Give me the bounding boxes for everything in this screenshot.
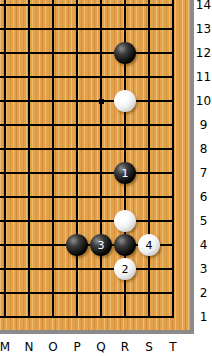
intersection-R3[interactable]: 2 [113, 257, 137, 281]
go-board: 1342 [0, 0, 194, 334]
row-label-14: 14 [195, 0, 212, 12]
intersection-M2[interactable] [0, 281, 17, 305]
black-stone-R4 [114, 234, 136, 256]
intersection-T10[interactable] [161, 89, 185, 113]
intersection-T8[interactable] [161, 137, 185, 161]
intersection-P4[interactable] [65, 233, 89, 257]
intersection-Q3[interactable] [89, 257, 113, 281]
white-stone-S4: 4 [138, 234, 160, 256]
intersection-M1[interactable] [0, 305, 17, 329]
intersection-T2[interactable] [161, 281, 185, 305]
intersection-S5[interactable] [137, 209, 161, 233]
intersection-R7[interactable]: 1 [113, 161, 137, 185]
intersection-Q12[interactable] [89, 41, 113, 65]
intersection-N10[interactable] [17, 89, 41, 113]
intersection-P5[interactable] [65, 209, 89, 233]
intersection-Q9[interactable] [89, 113, 113, 137]
row-label-8: 8 [195, 142, 212, 156]
intersection-M10[interactable] [0, 89, 17, 113]
go-diagram-screen: 1342 1413121110987654321 MNOPQRST [0, 0, 212, 356]
move-number-label: 4 [146, 240, 153, 251]
intersection-N7[interactable] [17, 161, 41, 185]
intersection-S10[interactable] [137, 89, 161, 113]
intersection-O13[interactable] [41, 17, 65, 41]
intersection-T13[interactable] [161, 17, 185, 41]
intersection-N13[interactable] [17, 17, 41, 41]
intersection-P3[interactable] [65, 257, 89, 281]
intersection-T14[interactable] [161, 0, 185, 17]
intersection-T3[interactable] [161, 257, 185, 281]
intersection-R8[interactable] [113, 137, 137, 161]
intersection-M8[interactable] [0, 137, 17, 161]
intersection-O3[interactable] [41, 257, 65, 281]
intersection-M5[interactable] [0, 209, 17, 233]
intersection-N3[interactable] [17, 257, 41, 281]
row-label-9: 9 [195, 118, 212, 132]
row-label-2: 2 [195, 286, 212, 300]
intersection-R10[interactable] [113, 89, 137, 113]
column-label-M: M [0, 340, 15, 354]
intersection-S3[interactable] [137, 257, 161, 281]
board-grid: 1342 [0, 0, 185, 329]
intersection-O14[interactable] [41, 0, 65, 17]
intersection-Q10[interactable] [89, 89, 113, 113]
column-label-N: N [19, 340, 39, 354]
intersection-N14[interactable] [17, 0, 41, 17]
black-stone-R12 [114, 42, 136, 64]
black-stone-P4 [66, 234, 88, 256]
intersection-T1[interactable] [161, 305, 185, 329]
intersection-S12[interactable] [137, 41, 161, 65]
white-stone-R5 [114, 210, 136, 232]
intersection-Q6[interactable] [89, 185, 113, 209]
intersection-P2[interactable] [65, 281, 89, 305]
intersection-R11[interactable] [113, 65, 137, 89]
intersection-S14[interactable] [137, 0, 161, 17]
black-stone-Q4: 3 [90, 234, 112, 256]
intersection-M11[interactable] [0, 65, 17, 89]
intersection-N4[interactable] [17, 233, 41, 257]
row-label-7: 7 [195, 166, 212, 180]
intersection-R12[interactable] [113, 41, 137, 65]
intersection-P6[interactable] [65, 185, 89, 209]
intersection-M4[interactable] [0, 233, 17, 257]
intersection-M14[interactable] [0, 0, 17, 17]
intersection-S11[interactable] [137, 65, 161, 89]
intersection-R2[interactable] [113, 281, 137, 305]
intersection-N5[interactable] [17, 209, 41, 233]
intersection-N8[interactable] [17, 137, 41, 161]
column-label-S: S [139, 340, 159, 354]
intersection-S6[interactable] [137, 185, 161, 209]
hoshi-star-point-Q10 [99, 99, 104, 104]
intersection-P11[interactable] [65, 65, 89, 89]
intersection-Q5[interactable] [89, 209, 113, 233]
row-label-4: 4 [195, 238, 212, 252]
intersection-P13[interactable] [65, 17, 89, 41]
intersection-O1[interactable] [41, 305, 65, 329]
intersection-O2[interactable] [41, 281, 65, 305]
intersection-N9[interactable] [17, 113, 41, 137]
column-label-P: P [67, 340, 87, 354]
white-stone-R10 [114, 90, 136, 112]
move-number-label: 1 [122, 168, 129, 179]
intersection-M7[interactable] [0, 161, 17, 185]
row-label-13: 13 [195, 22, 212, 36]
intersection-R14[interactable] [113, 0, 137, 17]
intersection-S2[interactable] [137, 281, 161, 305]
intersection-R5[interactable] [113, 209, 137, 233]
intersection-N1[interactable] [17, 305, 41, 329]
intersection-P1[interactable] [65, 305, 89, 329]
intersection-Q2[interactable] [89, 281, 113, 305]
intersection-T9[interactable] [161, 113, 185, 137]
intersection-Q8[interactable] [89, 137, 113, 161]
intersection-O4[interactable] [41, 233, 65, 257]
intersection-R13[interactable] [113, 17, 137, 41]
move-number-label: 2 [122, 264, 129, 275]
intersection-P14[interactable] [65, 0, 89, 17]
intersection-P8[interactable] [65, 137, 89, 161]
column-label-O: O [43, 340, 63, 354]
intersection-T12[interactable] [161, 41, 185, 65]
intersection-T11[interactable] [161, 65, 185, 89]
row-label-3: 3 [195, 262, 212, 276]
row-label-11: 11 [195, 70, 212, 84]
intersection-N11[interactable] [17, 65, 41, 89]
intersection-O5[interactable] [41, 209, 65, 233]
intersection-S4[interactable]: 4 [137, 233, 161, 257]
intersection-R1[interactable] [113, 305, 137, 329]
intersection-P7[interactable] [65, 161, 89, 185]
intersection-R9[interactable] [113, 113, 137, 137]
intersection-R4[interactable] [113, 233, 137, 257]
intersection-T4[interactable] [161, 233, 185, 257]
intersection-P9[interactable] [65, 113, 89, 137]
intersection-Q7[interactable] [89, 161, 113, 185]
row-label-5: 5 [195, 214, 212, 228]
intersection-S13[interactable] [137, 17, 161, 41]
intersection-S9[interactable] [137, 113, 161, 137]
intersection-S7[interactable] [137, 161, 161, 185]
intersection-N6[interactable] [17, 185, 41, 209]
intersection-T6[interactable] [161, 185, 185, 209]
intersection-P10[interactable] [65, 89, 89, 113]
intersection-N12[interactable] [17, 41, 41, 65]
intersection-R6[interactable] [113, 185, 137, 209]
intersection-O8[interactable] [41, 137, 65, 161]
row-label-1: 1 [195, 310, 212, 324]
intersection-O12[interactable] [41, 41, 65, 65]
black-stone-R7: 1 [114, 162, 136, 184]
intersection-M6[interactable] [0, 185, 17, 209]
intersection-O6[interactable] [41, 185, 65, 209]
intersection-P12[interactable] [65, 41, 89, 65]
intersection-N2[interactable] [17, 281, 41, 305]
intersection-S1[interactable] [137, 305, 161, 329]
intersection-S8[interactable] [137, 137, 161, 161]
column-label-R: R [115, 340, 135, 354]
intersection-Q1[interactable] [89, 305, 113, 329]
column-label-Q: Q [91, 340, 111, 354]
intersection-O7[interactable] [41, 161, 65, 185]
white-stone-R3: 2 [114, 258, 136, 280]
intersection-Q4[interactable]: 3 [89, 233, 113, 257]
intersection-M13[interactable] [0, 17, 17, 41]
intersection-Q11[interactable] [89, 65, 113, 89]
intersection-O9[interactable] [41, 113, 65, 137]
intersection-T7[interactable] [161, 161, 185, 185]
intersection-Q14[interactable] [89, 0, 113, 17]
row-label-6: 6 [195, 190, 212, 204]
intersection-O11[interactable] [41, 65, 65, 89]
column-label-T: T [163, 340, 183, 354]
row-label-12: 12 [195, 46, 212, 60]
intersection-M9[interactable] [0, 113, 17, 137]
intersection-Q13[interactable] [89, 17, 113, 41]
intersection-O10[interactable] [41, 89, 65, 113]
move-number-label: 3 [98, 240, 105, 251]
intersection-M3[interactable] [0, 257, 17, 281]
intersection-M12[interactable] [0, 41, 17, 65]
row-label-10: 10 [195, 94, 212, 108]
intersection-T5[interactable] [161, 209, 185, 233]
